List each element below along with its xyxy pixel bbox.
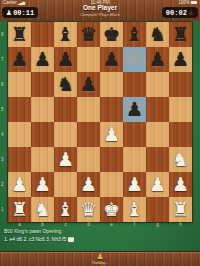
page-title: One Player bbox=[50, 4, 150, 11]
white-pawn-b2[interactable]: ♟ bbox=[31, 172, 54, 197]
top-header: Carrier ▂▄▆ 11:46 PM 100% ♟ 00:11 One Pl… bbox=[0, 0, 200, 21]
move-list: 1. e4 d6 2. c3 Nc6 3. Nh3 f5 bbox=[4, 236, 74, 242]
square-f6[interactable] bbox=[123, 72, 146, 97]
rank-label-7: 7 bbox=[1, 47, 7, 72]
square-c3[interactable]: ♟ bbox=[54, 147, 77, 172]
square-a6[interactable] bbox=[8, 72, 31, 97]
square-g1[interactable] bbox=[146, 197, 169, 222]
engine-status-button[interactable]: ♟ Thinking… bbox=[92, 253, 109, 265]
square-d3[interactable] bbox=[77, 147, 100, 172]
square-g2[interactable]: ♟ bbox=[146, 172, 169, 197]
square-f5[interactable]: ♟ bbox=[123, 97, 146, 122]
square-b5[interactable] bbox=[31, 97, 54, 122]
page-subtitle: Computer Plays Black bbox=[50, 12, 150, 17]
black-pawn-clock-icon: ♟ bbox=[188, 9, 194, 17]
square-c2[interactable] bbox=[54, 172, 77, 197]
square-d4[interactable] bbox=[77, 122, 100, 147]
square-c6[interactable]: ♞ bbox=[54, 72, 77, 97]
black-rook-a8[interactable]: ♜ bbox=[8, 22, 31, 47]
black-clock-time: 00:02 bbox=[166, 9, 187, 17]
black-pawn-c7[interactable]: ♟ bbox=[54, 47, 77, 72]
square-e4[interactable]: ♟ bbox=[100, 122, 123, 147]
white-pawn-h2[interactable]: ♟ bbox=[169, 172, 192, 197]
black-pawn-b7[interactable]: ♟ bbox=[31, 47, 54, 72]
black-pawn-h7[interactable]: ♟ bbox=[169, 47, 192, 72]
white-queen-d1[interactable]: ♛ bbox=[77, 197, 100, 222]
square-e5[interactable] bbox=[100, 97, 123, 122]
square-b7[interactable]: ♟ bbox=[31, 47, 54, 72]
black-pawn-d6[interactable]: ♟ bbox=[77, 72, 100, 97]
square-d5[interactable] bbox=[77, 97, 100, 122]
square-e8[interactable]: ♚ bbox=[100, 22, 123, 47]
square-e7[interactable]: ♟ bbox=[100, 47, 123, 72]
black-pawn-f5[interactable]: ♟ bbox=[123, 97, 146, 122]
rank-label-8: 8 bbox=[1, 22, 7, 47]
square-e2[interactable] bbox=[100, 172, 123, 197]
square-h3[interactable]: ♞ bbox=[169, 147, 192, 172]
square-f7[interactable] bbox=[123, 47, 146, 72]
file-label-h: h bbox=[169, 222, 192, 228]
square-c5[interactable] bbox=[54, 97, 77, 122]
square-e6[interactable] bbox=[100, 72, 123, 97]
square-f3[interactable] bbox=[123, 147, 146, 172]
black-knight-c6[interactable]: ♞ bbox=[54, 72, 77, 97]
white-knight-h3[interactable]: ♞ bbox=[169, 147, 192, 172]
white-pawn-a2[interactable]: ♟ bbox=[8, 172, 31, 197]
square-d1[interactable]: ♛ bbox=[77, 197, 100, 222]
bottom-toolbar: ♟ Thinking… bbox=[0, 251, 200, 266]
square-g5[interactable] bbox=[146, 97, 169, 122]
file-label-d: d bbox=[77, 222, 100, 228]
file-label-e: e bbox=[100, 222, 123, 228]
white-bishop-f1[interactable]: ♝ bbox=[123, 197, 146, 222]
engine-status-label: Thinking… bbox=[92, 261, 109, 265]
black-knight-g8[interactable]: ♞ bbox=[146, 22, 169, 47]
square-c7[interactable]: ♟ bbox=[54, 47, 77, 72]
black-pawn-g7[interactable]: ♟ bbox=[146, 47, 169, 72]
white-clock-time: 00:11 bbox=[13, 9, 34, 17]
square-h6[interactable] bbox=[169, 72, 192, 97]
black-bishop-f8[interactable]: ♝ bbox=[123, 22, 146, 47]
white-pawn-clock-icon: ♟ bbox=[6, 9, 12, 17]
square-f4[interactable] bbox=[123, 122, 146, 147]
square-d7[interactable] bbox=[77, 47, 100, 72]
square-f1[interactable]: ♝ bbox=[123, 197, 146, 222]
square-h5[interactable] bbox=[169, 97, 192, 122]
square-h2[interactable]: ♟ bbox=[169, 172, 192, 197]
black-pawn-e7[interactable]: ♟ bbox=[100, 47, 123, 72]
square-a4[interactable] bbox=[8, 122, 31, 147]
white-pawn-c3[interactable]: ♟ bbox=[54, 147, 77, 172]
white-pawn-d2[interactable]: ♟ bbox=[77, 172, 100, 197]
square-a3[interactable] bbox=[8, 147, 31, 172]
square-d8[interactable]: ♛ bbox=[77, 22, 100, 47]
square-f8[interactable]: ♝ bbox=[123, 22, 146, 47]
square-h8[interactable]: ♜ bbox=[169, 22, 192, 47]
square-a2[interactable]: ♟ bbox=[8, 172, 31, 197]
rank-label-1: 1 bbox=[1, 197, 7, 222]
square-g6[interactable] bbox=[146, 72, 169, 97]
square-a8[interactable]: ♜ bbox=[8, 22, 31, 47]
rank-label-6: 6 bbox=[1, 72, 7, 97]
square-h4[interactable] bbox=[169, 122, 192, 147]
file-label-g: g bbox=[146, 222, 169, 228]
square-a5[interactable] bbox=[8, 97, 31, 122]
square-b3[interactable] bbox=[31, 147, 54, 172]
white-pawn-f2[interactable]: ♟ bbox=[123, 172, 146, 197]
opening-name: B00 King's pawn Opening bbox=[4, 228, 61, 234]
black-queen-d8[interactable]: ♛ bbox=[77, 22, 100, 47]
square-e3[interactable] bbox=[100, 147, 123, 172]
white-rook-h1[interactable]: ♜ bbox=[169, 197, 192, 222]
black-rook-h8[interactable]: ♜ bbox=[169, 22, 192, 47]
square-g3[interactable] bbox=[146, 147, 169, 172]
square-h7[interactable]: ♟ bbox=[169, 47, 192, 72]
square-b4[interactable] bbox=[31, 122, 54, 147]
white-knight-b1[interactable]: ♞ bbox=[31, 197, 54, 222]
square-b1[interactable]: ♞ bbox=[31, 197, 54, 222]
square-b8[interactable] bbox=[31, 22, 54, 47]
square-c1[interactable]: ♝ bbox=[54, 197, 77, 222]
black-clock: 00:02 ♟ bbox=[162, 7, 198, 18]
black-bishop-c8[interactable]: ♝ bbox=[54, 22, 77, 47]
white-pawn-g2[interactable]: ♟ bbox=[146, 172, 169, 197]
square-g8[interactable]: ♞ bbox=[146, 22, 169, 47]
rank-label-4: 4 bbox=[1, 122, 7, 147]
square-e1[interactable]: ♚ bbox=[100, 197, 123, 222]
title-block: One Player Computer Plays Black bbox=[50, 4, 150, 17]
square-c4[interactable] bbox=[54, 122, 77, 147]
black-pawn-a7[interactable]: ♟ bbox=[8, 47, 31, 72]
white-rook-a1[interactable]: ♜ bbox=[8, 197, 31, 222]
move-list-text: 1. e4 d6 2. c3 Nc6 3. Nh3 f5 bbox=[4, 236, 66, 242]
square-d6[interactable]: ♟ bbox=[77, 72, 100, 97]
rank-label-2: 2 bbox=[1, 172, 7, 197]
white-pawn-e4[interactable]: ♟ bbox=[100, 122, 123, 147]
file-label-f: f bbox=[123, 222, 146, 228]
square-f2[interactable]: ♟ bbox=[123, 172, 146, 197]
square-a7[interactable]: ♟ bbox=[8, 47, 31, 72]
rank-label-5: 5 bbox=[1, 97, 7, 122]
opening-book-icon bbox=[68, 237, 74, 242]
square-b6[interactable] bbox=[31, 72, 54, 97]
gold-pawn-icon: ♟ bbox=[92, 253, 109, 261]
rank-label-3: 3 bbox=[1, 147, 7, 172]
square-g4[interactable] bbox=[146, 122, 169, 147]
black-king-e8[interactable]: ♚ bbox=[100, 22, 123, 47]
square-a1[interactable]: ♜ bbox=[8, 197, 31, 222]
white-king-e1[interactable]: ♚ bbox=[100, 197, 123, 222]
square-b2[interactable]: ♟ bbox=[31, 172, 54, 197]
square-h1[interactable]: ♜ bbox=[169, 197, 192, 222]
square-d2[interactable]: ♟ bbox=[77, 172, 100, 197]
square-c8[interactable]: ♝ bbox=[54, 22, 77, 47]
rank-labels: 87654321 bbox=[1, 22, 7, 222]
chess-board[interactable]: ♜♝♛♚♝♞♜♟♟♟♟♟♟♞♟♟♟♟♞♟♟♟♟♟♟♜♞♝♛♚♝♜ bbox=[8, 22, 192, 222]
white-clock: ♟ 00:11 bbox=[2, 7, 38, 18]
white-bishop-c1[interactable]: ♝ bbox=[54, 197, 77, 222]
square-g7[interactable]: ♟ bbox=[146, 47, 169, 72]
